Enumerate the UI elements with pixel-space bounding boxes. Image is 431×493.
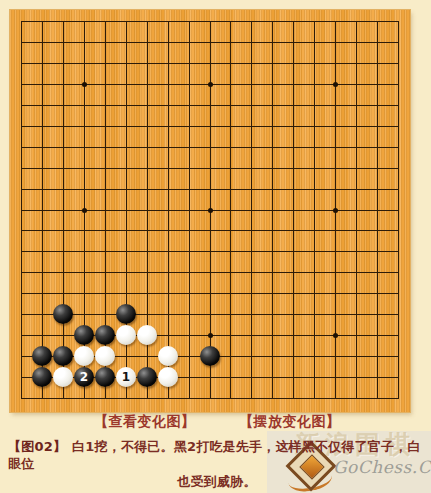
view-variation-link[interactable]: 【查看变化图】 <box>94 413 196 431</box>
gochess-site-text: GoChess.Cn <box>333 457 431 477</box>
grid-line-v <box>377 21 378 399</box>
grid-line-v <box>398 21 399 399</box>
grid-line-h <box>21 398 399 399</box>
page-root: { "game": "go", "board": { "size": 19, "… <box>0 0 431 493</box>
star-point <box>208 208 213 213</box>
stone-black-cq <box>53 346 73 366</box>
star-point <box>333 333 338 338</box>
grid-line-v <box>251 21 252 399</box>
stone-black-gr <box>137 367 157 387</box>
board-grid: 21 <box>21 21 399 399</box>
stone-white-eq <box>95 346 115 366</box>
grid-line-h <box>21 230 399 231</box>
stone-black-bq <box>32 346 52 366</box>
grid-line-v <box>230 21 231 399</box>
star-point <box>208 333 213 338</box>
stone-black-dp <box>74 325 94 345</box>
stone-black-br <box>32 367 52 387</box>
grid-line-h <box>21 272 399 273</box>
stone-white-cr <box>53 367 73 387</box>
grid-line-h <box>21 314 399 315</box>
figure-label: 【图02】 <box>8 439 66 454</box>
grid-line-v <box>293 21 294 399</box>
stone-black-dr: 2 <box>74 367 94 387</box>
stone-white-gp <box>137 325 157 345</box>
stone-black-fo <box>116 304 136 324</box>
move-number-label: 1 <box>122 371 130 383</box>
stone-white-dq <box>74 346 94 366</box>
stone-black-er <box>95 367 115 387</box>
move-number-label: 2 <box>80 371 88 383</box>
grid-line-v <box>272 21 273 399</box>
grid-line-h <box>21 293 399 294</box>
grid-line-h <box>21 251 399 252</box>
stone-white-hq <box>158 346 178 366</box>
stone-black-co <box>53 304 73 324</box>
stone-black-ep <box>95 325 115 345</box>
grid-line-v <box>314 21 315 399</box>
stone-white-hr <box>158 367 178 387</box>
star-point <box>208 82 213 87</box>
star-point <box>82 208 87 213</box>
star-point <box>333 82 338 87</box>
star-point <box>333 208 338 213</box>
grid-line-v <box>356 21 357 399</box>
stone-white-fp <box>116 325 136 345</box>
stone-black-jq <box>200 346 220 366</box>
go-board[interactable]: 21 <box>10 10 410 412</box>
star-point <box>82 82 87 87</box>
stone-white-fr: 1 <box>116 367 136 387</box>
